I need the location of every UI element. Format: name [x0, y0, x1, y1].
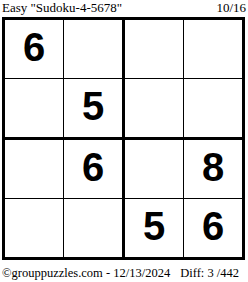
cell-r3c3[interactable]	[125, 140, 183, 198]
cell-r1c4[interactable]	[184, 20, 242, 78]
cell-r4c3[interactable]: 5	[125, 199, 183, 257]
cell-r3c1[interactable]	[5, 140, 63, 198]
cell-r4c2[interactable]	[64, 199, 122, 257]
cell-r2c1[interactable]	[5, 79, 63, 137]
cell-r2c4[interactable]	[184, 79, 242, 137]
difficulty-text: Diff: 3 /442	[180, 266, 246, 280]
cell-r2c3[interactable]	[125, 79, 183, 137]
cell-r2c2[interactable]: 5	[64, 79, 122, 137]
page-indicator: 10/16	[216, 1, 246, 15]
copyright-text: ©grouppuzzles.com - 12/13/2024	[2, 266, 170, 280]
cell-r3c2[interactable]: 6	[64, 140, 122, 198]
sudoku-page: Easy "Sudoku-4-5678" 10/16 6 5 6 8 5 6 ©…	[0, 0, 248, 282]
puzzle-title: Easy "Sudoku-4-5678"	[2, 1, 122, 15]
cell-r3c4[interactable]: 8	[184, 140, 242, 198]
sudoku-board: 6 5 6 8 5 6	[2, 17, 245, 260]
cell-r1c1[interactable]: 6	[5, 20, 63, 78]
cell-r4c4[interactable]: 6	[184, 199, 242, 257]
page-footer: ©grouppuzzles.com - 12/13/2024 Diff: 3 /…	[2, 266, 246, 280]
cell-r1c3[interactable]	[125, 20, 183, 78]
cell-r1c2[interactable]	[64, 20, 122, 78]
cell-r4c1[interactable]	[5, 199, 63, 257]
page-header: Easy "Sudoku-4-5678" 10/16	[2, 1, 246, 16]
